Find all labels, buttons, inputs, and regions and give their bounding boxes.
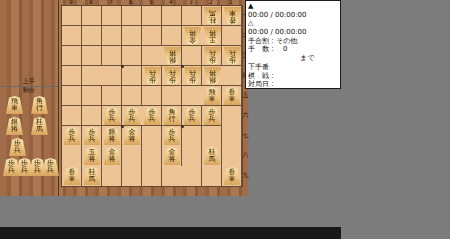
board-square: [142, 26, 162, 46]
board-square: [122, 46, 142, 66]
board-square: [122, 26, 142, 46]
date-line: 対局日：: [248, 80, 340, 89]
board-square: [222, 126, 242, 146]
board-square: [142, 46, 162, 66]
board-square: [102, 46, 122, 66]
star-point: [181, 65, 184, 68]
board-square: [202, 166, 222, 186]
board-square: [182, 126, 202, 146]
star-point: [121, 125, 124, 128]
board-square: [62, 46, 82, 66]
board-square: [182, 6, 202, 26]
board-square: [142, 86, 162, 106]
board-square: [142, 6, 162, 26]
board-square: [62, 86, 82, 106]
board-square: [162, 166, 182, 186]
board-square: [102, 26, 122, 46]
board-square: [182, 166, 202, 186]
rank-label: 八: [242, 145, 249, 165]
komadai-top-label: 上手: [9, 78, 49, 84]
info-panel: ▲ 00:00 / 00:00:00 △ 00:00 / 00:00:00 手合…: [245, 0, 341, 89]
board-square: [102, 166, 122, 186]
rank-label: 九: [242, 165, 249, 185]
board-square: [162, 6, 182, 26]
board-square: [122, 66, 142, 86]
board-square: [62, 106, 82, 126]
gote-clock: 00:00 / 00:00:00: [248, 28, 340, 37]
shogi-app-window: 上手 駒台 987654321 桂 馬香 車金 将王 将銀 将歩 兵歩 兵歩 兵…: [0, 0, 450, 239]
move-count-line: 手 数： 0: [248, 45, 340, 54]
star-point: [121, 65, 124, 68]
bottom-bar: [0, 227, 341, 239]
tournament-line: 棋 戦：: [248, 72, 340, 81]
board-square: [222, 66, 242, 86]
board-square: [102, 66, 122, 86]
board-square: [102, 6, 122, 26]
gote-turn-marker: △: [248, 19, 340, 28]
board-square: [82, 46, 102, 66]
handicap-line: 手合割：その他: [248, 37, 340, 46]
board-square: [162, 86, 182, 106]
rank-label: 六: [242, 105, 249, 125]
board-square: [162, 26, 182, 46]
board-square: [62, 26, 82, 46]
shogi-board: 桂 馬香 車金 将王 将銀 将歩 兵歩 兵歩 兵歩 兵歩 兵銀 将飛 車香 車歩…: [61, 5, 243, 187]
board-square: [122, 86, 142, 106]
board-square: [222, 106, 242, 126]
board-square: [222, 146, 242, 166]
board-square: [62, 6, 82, 26]
board-square: [182, 146, 202, 166]
board-square: [82, 26, 102, 46]
sente-turn-marker: ▲: [248, 2, 340, 11]
made-line: まで: [248, 54, 340, 63]
turn-line: 下手番: [248, 63, 340, 72]
board-square: [122, 6, 142, 26]
board-square: [142, 166, 162, 186]
board-square: [82, 86, 102, 106]
sente-clock: 00:00 / 00:00:00: [248, 11, 340, 20]
board-square: [122, 166, 142, 186]
board-square: [222, 26, 242, 46]
board-square: [142, 146, 162, 166]
board-square: [82, 106, 102, 126]
board-square: [182, 86, 202, 106]
komadai-bottom-label: 駒台: [9, 87, 49, 93]
board-square: [82, 66, 102, 86]
board-square: [182, 46, 202, 66]
board-square: [82, 6, 102, 26]
board-square: [142, 126, 162, 146]
rank-label: 七: [242, 125, 249, 145]
board-square: [62, 146, 82, 166]
board-square: [202, 126, 222, 146]
star-point: [181, 125, 184, 128]
board-square: [122, 146, 142, 166]
board-square: [62, 66, 82, 86]
board-square: [102, 86, 122, 106]
